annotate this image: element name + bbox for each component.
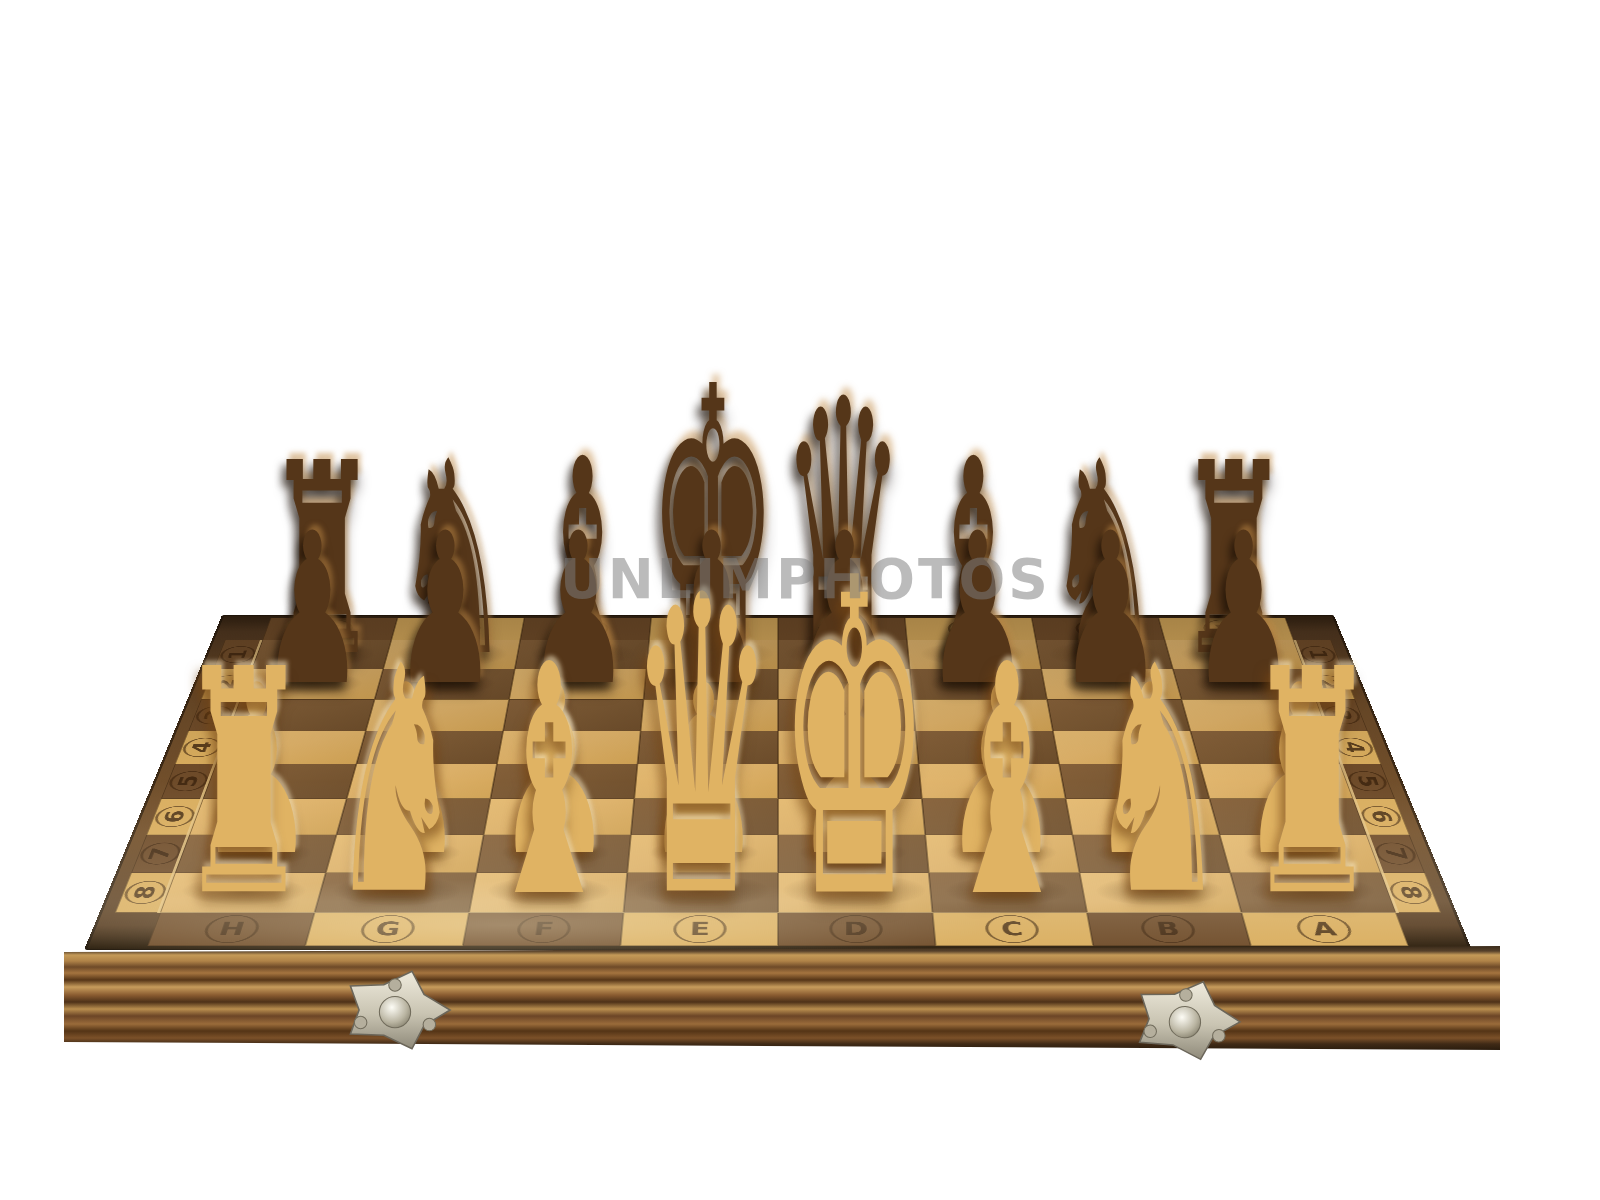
white-bishop-glyph: ♝: [941, 622, 1072, 940]
white-rook-glyph: ♜: [1246, 629, 1379, 939]
stock-photo-watermark: UNLIMPHOTOS: [560, 552, 1051, 607]
white-rook-glyph: ♜: [178, 629, 311, 939]
white-bishop-glyph: ♝: [484, 622, 615, 940]
white-knight-glyph: ♞: [328, 627, 464, 939]
photo-scene: HGFEDCBA 12345678 12345678 HGFEDCBA ♜♞♝♚…: [0, 0, 1600, 1200]
white-knight-glyph: ♞: [1091, 627, 1227, 939]
